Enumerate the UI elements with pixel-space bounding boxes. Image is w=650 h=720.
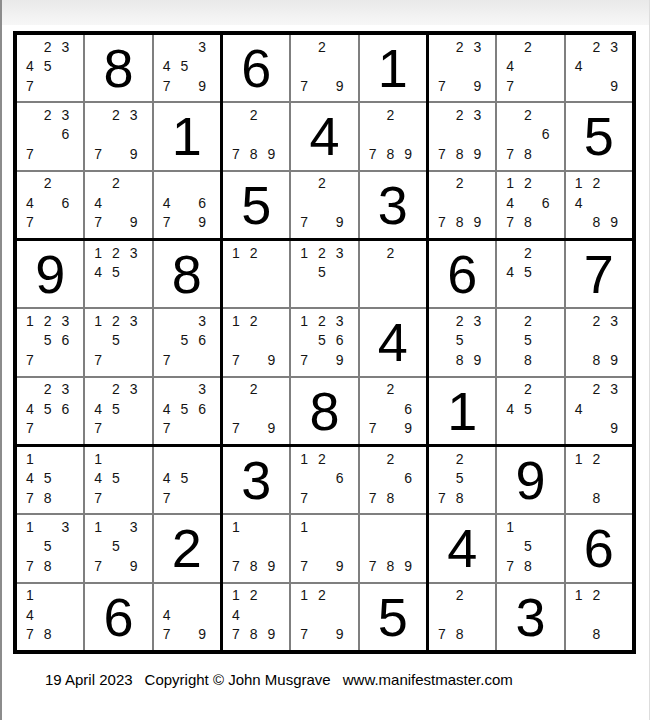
candidate-7: 7: [89, 556, 107, 575]
cell-r3c4: 5: [223, 172, 289, 238]
solved-digit: 6: [584, 521, 614, 575]
footer-copyright: Copyright © John Musgrave: [145, 671, 331, 688]
pm-empty-slot: [245, 331, 263, 350]
pm-empty-slot: [537, 105, 555, 124]
pm-empty-slot: [469, 468, 487, 487]
pencil-mark-grid: 247: [497, 35, 563, 101]
candidate-2: 2: [381, 243, 399, 262]
pm-empty-slot: [451, 76, 469, 95]
pm-empty-slot: [570, 419, 588, 438]
candidate-5: 5: [107, 331, 125, 350]
pm-empty-slot: [537, 419, 555, 438]
candidate-2: 2: [587, 37, 605, 56]
cell-r3c7: 2789: [429, 172, 495, 238]
candidate-5: 5: [175, 468, 193, 487]
candidate-8: 8: [519, 556, 537, 575]
candidate-7: 7: [227, 556, 245, 575]
candidate-3: 3: [57, 37, 75, 56]
candidate-4: 4: [158, 56, 176, 75]
candidate-6: 6: [57, 399, 75, 418]
candidate-7: 7: [227, 144, 245, 163]
candidate-5: 5: [175, 399, 193, 418]
pm-empty-slot: [175, 350, 193, 369]
box-4: 91234581235671235735672345672345734567: [17, 241, 220, 444]
pm-empty-slot: [39, 449, 57, 468]
pm-empty-slot: [381, 468, 399, 487]
pm-empty-slot: [227, 399, 245, 418]
candidate-9: 9: [399, 419, 417, 438]
cell-r1c5: 279: [291, 35, 357, 101]
pm-empty-slot: [381, 262, 399, 281]
candidate-4: 4: [227, 605, 245, 624]
solved-digit: 9: [515, 453, 545, 507]
cell-r9c5: 1279: [291, 584, 357, 650]
pm-empty-slot: [570, 331, 588, 350]
pm-empty-slot: [501, 380, 519, 399]
pm-empty-slot: [193, 605, 211, 624]
pm-empty-slot: [364, 105, 382, 124]
pm-empty-slot: [295, 468, 313, 487]
candidate-2: 2: [381, 449, 399, 468]
cell-r9c8: 3: [497, 584, 563, 650]
candidate-2: 2: [39, 311, 57, 330]
pm-empty-slot: [399, 537, 417, 556]
pm-empty-slot: [381, 419, 399, 438]
pm-empty-slot: [175, 605, 193, 624]
pm-empty-slot: [331, 605, 349, 624]
cell-r1c3: 34579: [154, 35, 220, 101]
candidate-7: 7: [158, 213, 176, 232]
pencil-mark-grid: 23457: [85, 378, 151, 444]
pm-empty-slot: [39, 586, 57, 605]
pm-empty-slot: [469, 125, 487, 144]
candidate-7: 7: [89, 144, 107, 163]
candidate-9: 9: [263, 144, 281, 163]
candidate-6: 6: [331, 468, 349, 487]
pm-empty-slot: [21, 37, 39, 56]
pm-empty-slot: [175, 37, 193, 56]
candidate-6: 6: [57, 331, 75, 350]
candidate-6: 6: [399, 399, 417, 418]
pencil-mark-grid: 2789: [429, 172, 495, 238]
pm-empty-slot: [57, 605, 75, 624]
cell-r5c9: 2389: [566, 309, 632, 375]
pm-empty-slot: [175, 380, 193, 399]
pm-empty-slot: [313, 468, 331, 487]
pm-empty-slot: [469, 449, 487, 468]
candidate-5: 5: [107, 537, 125, 556]
pencil-mark-grid: 34567: [154, 378, 220, 444]
pm-empty-slot: [245, 262, 263, 281]
cell-r1c1: 23457: [17, 35, 83, 101]
pm-empty-slot: [570, 468, 588, 487]
pencil-mark-grid: 1235679: [291, 309, 357, 375]
candidate-2: 2: [451, 449, 469, 468]
pm-empty-slot: [501, 350, 519, 369]
pm-empty-slot: [570, 76, 588, 95]
pm-empty-slot: [399, 243, 417, 262]
window-top-band: [0, 0, 650, 25]
pm-empty-slot: [399, 449, 417, 468]
pm-empty-slot: [331, 193, 349, 212]
pm-empty-slot: [125, 331, 143, 350]
cell-r6c1: 234567: [17, 378, 83, 444]
cell-r9c9: 128: [566, 584, 632, 650]
pm-empty-slot: [57, 350, 75, 369]
cell-r3c2: 2479: [85, 172, 151, 238]
candidate-1: 1: [227, 517, 245, 536]
pm-empty-slot: [433, 605, 451, 624]
pm-empty-slot: [587, 605, 605, 624]
candidate-9: 9: [125, 556, 143, 575]
box-6: 6245723589258238912452349: [429, 241, 632, 444]
candidate-7: 7: [433, 144, 451, 163]
candidate-1: 1: [501, 517, 519, 536]
pm-empty-slot: [245, 517, 263, 536]
pm-empty-slot: [313, 537, 331, 556]
candidate-7: 7: [295, 488, 313, 507]
candidate-5: 5: [519, 331, 537, 350]
pm-empty-slot: [605, 449, 623, 468]
candidate-1: 1: [89, 243, 107, 262]
candidate-7: 7: [364, 488, 382, 507]
cell-r3c9: 12489: [566, 172, 632, 238]
candidate-2: 2: [519, 243, 537, 262]
candidate-1: 1: [501, 174, 519, 193]
candidate-1: 1: [227, 311, 245, 330]
pm-empty-slot: [537, 76, 555, 95]
cell-r5c6: 4: [360, 309, 426, 375]
pm-empty-slot: [537, 331, 555, 350]
pm-empty-slot: [331, 56, 349, 75]
candidate-2: 2: [451, 586, 469, 605]
pm-empty-slot: [227, 380, 245, 399]
candidate-2: 2: [313, 586, 331, 605]
cell-r4c7: 6: [429, 241, 495, 307]
pencil-mark-grid: 128: [566, 584, 632, 650]
candidate-5: 5: [313, 331, 331, 350]
candidate-2: 2: [519, 174, 537, 193]
pm-empty-slot: [263, 311, 281, 330]
pm-empty-slot: [537, 56, 555, 75]
candidate-7: 7: [433, 488, 451, 507]
pm-empty-slot: [433, 586, 451, 605]
candidate-4: 4: [89, 193, 107, 212]
candidate-1: 1: [89, 311, 107, 330]
pm-empty-slot: [433, 468, 451, 487]
pm-empty-slot: [263, 517, 281, 536]
cell-r6c4: 279: [223, 378, 289, 444]
candidate-3: 3: [125, 380, 143, 399]
candidate-9: 9: [469, 76, 487, 95]
pm-empty-slot: [125, 193, 143, 212]
cell-r5c2: 12357: [85, 309, 151, 375]
candidate-5: 5: [519, 399, 537, 418]
pm-empty-slot: [175, 625, 193, 644]
pm-empty-slot: [537, 556, 555, 575]
pm-empty-slot: [89, 537, 107, 556]
candidate-5: 5: [175, 56, 193, 75]
candidate-2: 2: [107, 105, 125, 124]
cell-r5c5: 1235679: [291, 309, 357, 375]
candidate-7: 7: [295, 213, 313, 232]
pm-empty-slot: [39, 350, 57, 369]
candidate-4: 4: [158, 193, 176, 212]
candidate-5: 5: [39, 331, 57, 350]
pm-empty-slot: [537, 144, 555, 163]
pm-empty-slot: [570, 213, 588, 232]
candidate-8: 8: [245, 556, 263, 575]
pm-empty-slot: [433, 449, 451, 468]
pm-empty-slot: [605, 174, 623, 193]
candidate-5: 5: [39, 56, 57, 75]
candidate-2: 2: [39, 380, 57, 399]
footer: 19 April 2023 Copyright © John Musgrave …: [45, 671, 513, 688]
pm-empty-slot: [295, 282, 313, 301]
candidate-9: 9: [193, 76, 211, 95]
pm-empty-slot: [331, 488, 349, 507]
pm-empty-slot: [193, 419, 211, 438]
pm-empty-slot: [501, 331, 519, 350]
pm-empty-slot: [57, 213, 75, 232]
solved-digit: 3: [241, 453, 271, 507]
solved-digit: 7: [584, 247, 614, 301]
solved-digit: 8: [103, 41, 133, 95]
cell-r2c8: 2678: [497, 103, 563, 169]
candidate-7: 7: [295, 625, 313, 644]
pm-empty-slot: [158, 380, 176, 399]
pencil-mark-grid: 1578: [497, 515, 563, 581]
pencil-mark-grid: 2789: [223, 103, 289, 169]
candidate-6: 6: [331, 331, 349, 350]
candidate-8: 8: [381, 556, 399, 575]
pm-empty-slot: [331, 537, 349, 556]
candidate-4: 4: [21, 399, 39, 418]
candidate-9: 9: [263, 625, 281, 644]
pm-empty-slot: [107, 144, 125, 163]
pencil-mark-grid: 279: [291, 172, 357, 238]
pm-empty-slot: [295, 37, 313, 56]
pencil-mark-grid: 23789: [429, 103, 495, 169]
pm-empty-slot: [263, 399, 281, 418]
pm-empty-slot: [263, 282, 281, 301]
candidate-1: 1: [295, 517, 313, 536]
candidate-5: 5: [451, 331, 469, 350]
pm-empty-slot: [158, 586, 176, 605]
pm-empty-slot: [331, 262, 349, 281]
pm-empty-slot: [433, 125, 451, 144]
candidate-5: 5: [451, 468, 469, 487]
pm-empty-slot: [175, 449, 193, 468]
pm-empty-slot: [537, 517, 555, 536]
box-5: 121235212791235679427982679: [223, 241, 426, 444]
pencil-mark-grid: 124678: [497, 172, 563, 238]
candidate-3: 3: [469, 37, 487, 56]
pm-empty-slot: [433, 37, 451, 56]
pm-empty-slot: [537, 262, 555, 281]
pm-empty-slot: [399, 517, 417, 536]
pm-empty-slot: [295, 537, 313, 556]
pm-empty-slot: [469, 605, 487, 624]
pencil-mark-grid: 1267: [291, 447, 357, 513]
pm-empty-slot: [537, 282, 555, 301]
candidate-2: 2: [245, 311, 263, 330]
pm-empty-slot: [295, 262, 313, 281]
candidate-6: 6: [399, 468, 417, 487]
candidate-2: 2: [451, 311, 469, 330]
pm-empty-slot: [570, 488, 588, 507]
pm-empty-slot: [245, 605, 263, 624]
cell-r6c6: 2679: [360, 378, 426, 444]
pencil-mark-grid: 3567: [154, 309, 220, 375]
pm-empty-slot: [175, 311, 193, 330]
pm-empty-slot: [537, 174, 555, 193]
cell-r1c4: 6: [223, 35, 289, 101]
cell-r5c3: 3567: [154, 309, 220, 375]
pm-empty-slot: [193, 174, 211, 193]
cell-r2c2: 2379: [85, 103, 151, 169]
candidate-9: 9: [605, 213, 623, 232]
cell-r4c2: 12345: [85, 241, 151, 307]
pm-empty-slot: [331, 37, 349, 56]
solved-digit: 9: [35, 247, 65, 301]
cell-r8c9: 6: [566, 515, 632, 581]
candidate-8: 8: [587, 213, 605, 232]
solved-digit: 1: [447, 384, 477, 438]
candidate-5: 5: [519, 537, 537, 556]
candidate-4: 4: [89, 468, 107, 487]
pm-empty-slot: [39, 419, 57, 438]
pm-empty-slot: [245, 125, 263, 144]
candidate-3: 3: [193, 311, 211, 330]
cell-r3c3: 4679: [154, 172, 220, 238]
candidate-2: 2: [107, 380, 125, 399]
candidate-9: 9: [331, 76, 349, 95]
cell-r3c5: 279: [291, 172, 357, 238]
pencil-mark-grid: 34579: [154, 35, 220, 101]
pm-empty-slot: [107, 125, 125, 144]
pm-empty-slot: [587, 419, 605, 438]
solved-digit: 3: [515, 590, 545, 644]
pm-empty-slot: [364, 282, 382, 301]
cell-r6c9: 2349: [566, 378, 632, 444]
cell-r5c4: 1279: [223, 309, 289, 375]
candidate-2: 2: [519, 311, 537, 330]
candidate-6: 6: [57, 193, 75, 212]
pm-empty-slot: [125, 468, 143, 487]
candidate-3: 3: [125, 243, 143, 262]
pm-empty-slot: [331, 517, 349, 536]
candidate-7: 7: [501, 76, 519, 95]
pencil-mark-grid: 2678: [497, 103, 563, 169]
candidate-3: 3: [125, 311, 143, 330]
pm-empty-slot: [193, 488, 211, 507]
pm-empty-slot: [331, 282, 349, 301]
pm-empty-slot: [469, 56, 487, 75]
pencil-mark-grid: 2467: [17, 172, 83, 238]
pm-empty-slot: [501, 282, 519, 301]
pencil-mark-grid: 2578: [429, 447, 495, 513]
cell-r6c8: 245: [497, 378, 563, 444]
pm-empty-slot: [313, 625, 331, 644]
cell-r7c5: 1267: [291, 447, 357, 513]
pm-empty-slot: [39, 193, 57, 212]
candidate-4: 4: [158, 605, 176, 624]
cell-r2c4: 2789: [223, 103, 289, 169]
pm-empty-slot: [21, 380, 39, 399]
pencil-mark-grid: 1279: [291, 584, 357, 650]
pencil-mark-grid: 2379: [85, 103, 151, 169]
candidate-9: 9: [399, 144, 417, 163]
pm-empty-slot: [158, 174, 176, 193]
cell-r2c6: 2789: [360, 103, 426, 169]
candidate-1: 1: [21, 311, 39, 330]
candidate-2: 2: [39, 105, 57, 124]
pm-empty-slot: [175, 213, 193, 232]
cell-r1c6: 1: [360, 35, 426, 101]
pm-empty-slot: [399, 262, 417, 281]
candidate-2: 2: [107, 311, 125, 330]
cell-r1c7: 2379: [429, 35, 495, 101]
candidate-5: 5: [313, 262, 331, 281]
pm-empty-slot: [381, 282, 399, 301]
candidate-2: 2: [245, 586, 263, 605]
candidate-7: 7: [433, 625, 451, 644]
candidate-1: 1: [295, 449, 313, 468]
candidate-6: 6: [537, 193, 555, 212]
cell-r7c1: 14578: [17, 447, 83, 513]
pm-empty-slot: [313, 282, 331, 301]
cell-r1c2: 8: [85, 35, 151, 101]
candidate-4: 4: [158, 468, 176, 487]
pm-empty-slot: [263, 537, 281, 556]
pm-empty-slot: [193, 468, 211, 487]
pencil-mark-grid: 2379: [429, 35, 495, 101]
cell-r4c5: 1235: [291, 241, 357, 307]
candidate-3: 3: [193, 380, 211, 399]
candidate-1: 1: [570, 174, 588, 193]
cell-r3c6: 3: [360, 172, 426, 238]
candidate-4: 4: [501, 56, 519, 75]
candidate-7: 7: [295, 76, 313, 95]
candidate-4: 4: [570, 56, 588, 75]
candidate-7: 7: [21, 488, 39, 507]
pm-empty-slot: [107, 488, 125, 507]
pm-empty-slot: [399, 488, 417, 507]
pm-empty-slot: [175, 586, 193, 605]
cell-r4c8: 245: [497, 241, 563, 307]
pm-empty-slot: [587, 331, 605, 350]
pm-empty-slot: [605, 56, 623, 75]
cell-r6c2: 23457: [85, 378, 151, 444]
pm-empty-slot: [107, 517, 125, 536]
candidate-7: 7: [364, 144, 382, 163]
cell-r8c4: 1789: [223, 515, 289, 581]
candidate-8: 8: [587, 625, 605, 644]
pm-empty-slot: [107, 213, 125, 232]
cell-r4c3: 8: [154, 241, 220, 307]
pm-empty-slot: [313, 56, 331, 75]
pm-empty-slot: [295, 605, 313, 624]
pm-empty-slot: [175, 419, 193, 438]
cell-r4c9: 7: [566, 241, 632, 307]
pm-empty-slot: [313, 76, 331, 95]
pm-empty-slot: [245, 282, 263, 301]
candidate-1: 1: [21, 517, 39, 536]
candidate-9: 9: [125, 213, 143, 232]
cell-r2c1: 2367: [17, 103, 83, 169]
candidate-1: 1: [21, 586, 39, 605]
